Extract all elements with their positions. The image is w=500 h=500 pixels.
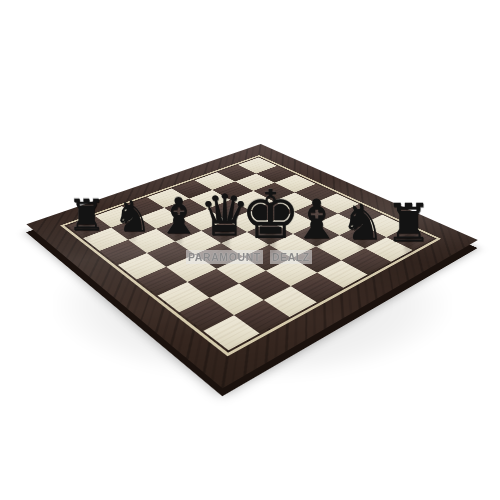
chessboard-product-photo: PARAMOUNT DEALZ ♜♞♝♛♚♝♞♜ bbox=[0, 0, 500, 500]
piece-black-rook-a1: ♜ bbox=[67, 193, 106, 236]
piece-black-knight-g7: ♞ bbox=[340, 199, 384, 248]
piece-black-knight-b2: ♞ bbox=[113, 195, 151, 238]
pieces-layer: ♜♞♝♛♚♝♞♜ bbox=[0, 0, 500, 500]
piece-black-bishop-f6: ♝ bbox=[292, 193, 340, 247]
piece-black-bishop-c3: ♝ bbox=[156, 192, 201, 242]
piece-black-rook-h8: ♜ bbox=[385, 198, 432, 251]
